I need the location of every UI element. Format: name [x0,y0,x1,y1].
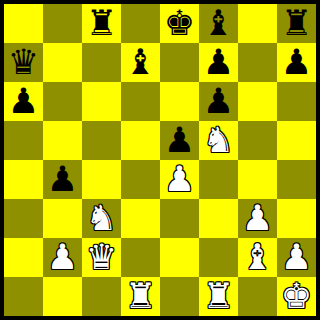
black-rook[interactable]: ♜ [281,4,312,43]
square-e6[interactable] [160,82,199,121]
square-a8[interactable] [4,4,43,43]
square-e2[interactable] [160,238,199,277]
white-knight[interactable]: ♞ [86,199,117,238]
square-h6[interactable] [277,82,316,121]
square-e1[interactable] [160,277,199,316]
square-b8[interactable] [43,4,82,43]
square-f1[interactable]: ♜ [199,277,238,316]
square-g3[interactable]: ♟ [238,199,277,238]
black-pawn[interactable]: ♟ [8,82,39,121]
square-e3[interactable] [160,199,199,238]
white-rook[interactable]: ♜ [125,277,156,316]
square-a1[interactable] [4,277,43,316]
square-c4[interactable] [82,160,121,199]
square-f8[interactable]: ♝ [199,4,238,43]
square-h5[interactable] [277,121,316,160]
black-pawn[interactable]: ♟ [203,82,234,121]
white-pawn[interactable]: ♟ [47,238,78,277]
square-d4[interactable] [121,160,160,199]
square-f7[interactable]: ♟ [199,43,238,82]
square-a4[interactable] [4,160,43,199]
square-d1[interactable]: ♜ [121,277,160,316]
square-h3[interactable] [277,199,316,238]
square-a7[interactable]: ♛ [4,43,43,82]
square-e7[interactable] [160,43,199,82]
square-c7[interactable] [82,43,121,82]
square-g8[interactable] [238,4,277,43]
black-king[interactable]: ♚ [164,4,195,43]
square-c3[interactable]: ♞ [82,199,121,238]
white-pawn[interactable]: ♟ [242,199,273,238]
black-pawn[interactable]: ♟ [47,160,78,199]
square-g6[interactable] [238,82,277,121]
black-bishop[interactable]: ♝ [125,43,156,82]
black-bishop[interactable]: ♝ [203,4,234,43]
square-h4[interactable] [277,160,316,199]
square-b2[interactable]: ♟ [43,238,82,277]
black-pawn[interactable]: ♟ [203,43,234,82]
square-d8[interactable] [121,4,160,43]
square-d6[interactable] [121,82,160,121]
square-g5[interactable] [238,121,277,160]
square-a2[interactable] [4,238,43,277]
white-king[interactable]: ♚ [281,277,312,316]
square-g2[interactable]: ♝ [238,238,277,277]
black-pawn[interactable]: ♟ [164,121,195,160]
square-a6[interactable]: ♟ [4,82,43,121]
black-queen[interactable]: ♛ [8,43,39,82]
white-pawn[interactable]: ♟ [281,238,312,277]
square-b7[interactable] [43,43,82,82]
square-c1[interactable] [82,277,121,316]
white-knight[interactable]: ♞ [203,121,234,160]
square-e8[interactable]: ♚ [160,4,199,43]
square-f2[interactable] [199,238,238,277]
square-h1[interactable]: ♚ [277,277,316,316]
square-e5[interactable]: ♟ [160,121,199,160]
square-d2[interactable] [121,238,160,277]
square-e4[interactable]: ♟ [160,160,199,199]
square-d3[interactable] [121,199,160,238]
square-f4[interactable] [199,160,238,199]
square-g4[interactable] [238,160,277,199]
square-a3[interactable] [4,199,43,238]
square-a5[interactable] [4,121,43,160]
square-c5[interactable] [82,121,121,160]
square-b6[interactable] [43,82,82,121]
chess-board: ♜♚♝♜♛♝♟♟♟♟♟♞♟♟♞♟♟♛♝♟♜♜♚ [4,4,316,316]
square-h8[interactable]: ♜ [277,4,316,43]
square-b1[interactable] [43,277,82,316]
black-rook[interactable]: ♜ [86,4,117,43]
square-b3[interactable] [43,199,82,238]
square-h2[interactable]: ♟ [277,238,316,277]
white-bishop[interactable]: ♝ [242,238,273,277]
square-g7[interactable] [238,43,277,82]
white-rook[interactable]: ♜ [203,277,234,316]
square-g1[interactable] [238,277,277,316]
square-c2[interactable]: ♛ [82,238,121,277]
white-pawn[interactable]: ♟ [164,160,195,199]
square-f6[interactable]: ♟ [199,82,238,121]
black-pawn[interactable]: ♟ [281,43,312,82]
square-b4[interactable]: ♟ [43,160,82,199]
white-queen[interactable]: ♛ [86,238,117,277]
square-h7[interactable]: ♟ [277,43,316,82]
square-f3[interactable] [199,199,238,238]
square-f5[interactable]: ♞ [199,121,238,160]
square-c8[interactable]: ♜ [82,4,121,43]
chess-board-frame: ♜♚♝♜♛♝♟♟♟♟♟♞♟♟♞♟♟♛♝♟♜♜♚ [0,0,320,320]
square-b5[interactable] [43,121,82,160]
square-d5[interactable] [121,121,160,160]
square-d7[interactable]: ♝ [121,43,160,82]
square-c6[interactable] [82,82,121,121]
